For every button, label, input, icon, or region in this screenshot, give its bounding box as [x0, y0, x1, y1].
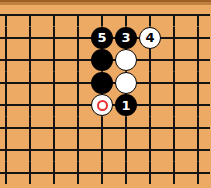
- board-intersection: [90, 4, 114, 27]
- board-intersection: 3: [114, 27, 138, 50]
- board-intersection: 5: [90, 27, 114, 50]
- board-intersection: [0, 139, 18, 162]
- board-intersection: [90, 117, 114, 140]
- board-intersection: [42, 94, 66, 117]
- board-intersection: [162, 162, 186, 185]
- board-intersection: [162, 27, 186, 50]
- board-intersection: [66, 117, 90, 140]
- white-stone-marked: [91, 94, 113, 116]
- board-intersection: [186, 117, 210, 140]
- board-intersection: [18, 94, 42, 117]
- board-intersection: [18, 72, 42, 95]
- white-stone-move-4: 4: [139, 27, 161, 49]
- board-intersection: [0, 72, 18, 95]
- board-intersection: [186, 72, 210, 95]
- board-intersection: [90, 162, 114, 185]
- red-circle-marker-icon: [97, 100, 108, 111]
- board-intersection: [42, 162, 66, 185]
- board-intersection: [66, 49, 90, 72]
- board-intersection: [0, 162, 18, 185]
- board-intersection: [186, 162, 210, 185]
- board-intersection: [186, 139, 210, 162]
- board-intersection: [18, 4, 42, 27]
- board-intersection: [162, 117, 186, 140]
- board-intersection: [18, 162, 42, 185]
- board-intersection: [114, 4, 138, 27]
- board-intersection: [162, 4, 186, 27]
- board-intersection: [90, 139, 114, 162]
- board-intersection: 1: [114, 94, 138, 117]
- board-intersection: [66, 94, 90, 117]
- board-intersection: [66, 139, 90, 162]
- board-intersection: [162, 72, 186, 95]
- white-stone: [115, 49, 137, 71]
- board-intersection: [0, 27, 18, 50]
- black-stone-move-3: 3: [115, 27, 137, 49]
- board-intersection: [186, 94, 210, 117]
- goban-grid: 5341: [0, 4, 210, 184]
- board-intersection: [42, 139, 66, 162]
- board-intersection: [0, 117, 18, 140]
- board-intersection: [138, 72, 162, 95]
- board-intersection: [18, 139, 42, 162]
- go-diagram: 5341: [0, 0, 211, 188]
- board-intersection: [18, 27, 42, 50]
- board-intersection: [138, 117, 162, 140]
- board-intersection: [114, 162, 138, 185]
- board-intersection: [162, 139, 186, 162]
- board-intersection: [18, 49, 42, 72]
- board-intersection: [42, 72, 66, 95]
- board-intersection: 4: [138, 27, 162, 50]
- board-intersection: [66, 72, 90, 95]
- board-intersection: [162, 49, 186, 72]
- board-intersection: [66, 162, 90, 185]
- board-intersection: [138, 94, 162, 117]
- board-intersection: [0, 94, 18, 117]
- board-intersection: [0, 4, 18, 27]
- board-intersection: [114, 72, 138, 95]
- board-intersection: [186, 49, 210, 72]
- board-intersection: [66, 27, 90, 50]
- board-intersection: [114, 117, 138, 140]
- board-intersection: [138, 162, 162, 185]
- board-intersection: [66, 4, 90, 27]
- black-stone: [91, 72, 113, 94]
- black-stone-move-5: 5: [91, 27, 113, 49]
- black-stone-move-1: 1: [115, 94, 137, 116]
- board-intersection: [0, 49, 18, 72]
- board-intersection: [90, 49, 114, 72]
- board-intersection: [42, 27, 66, 50]
- board-intersection: [42, 49, 66, 72]
- board-intersection: [90, 72, 114, 95]
- board-intersection: [186, 4, 210, 27]
- board-intersection: [138, 4, 162, 27]
- board-intersection: [186, 27, 210, 50]
- white-stone: [115, 72, 137, 94]
- board-intersection: [162, 94, 186, 117]
- board-intersection: [114, 139, 138, 162]
- board-intersection: [42, 4, 66, 27]
- black-stone: [91, 49, 113, 71]
- board-intersection: [114, 49, 138, 72]
- board-intersection: [42, 117, 66, 140]
- board-intersection: [138, 49, 162, 72]
- board-intersection: [138, 139, 162, 162]
- board-intersection: [18, 117, 42, 140]
- board-intersection: [90, 94, 114, 117]
